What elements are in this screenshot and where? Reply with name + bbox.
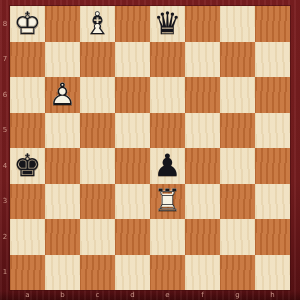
square-h5[interactable]	[255, 113, 290, 149]
white-rook-icon[interactable]: ♜♖	[150, 184, 185, 220]
white-king-icon[interactable]: ♚♔	[10, 6, 45, 42]
square-a5[interactable]	[10, 113, 45, 149]
square-h3[interactable]	[255, 184, 290, 220]
square-h1[interactable]	[255, 255, 290, 291]
file-label-g: g	[220, 290, 255, 300]
square-g8[interactable]	[220, 6, 255, 42]
square-c6[interactable]	[80, 77, 115, 113]
file-label-d: d	[115, 290, 150, 300]
file-label-f: f	[185, 290, 220, 300]
file-label-a: a	[10, 290, 45, 300]
square-c7[interactable]	[80, 42, 115, 78]
square-b4[interactable]	[45, 148, 80, 184]
square-h7[interactable]	[255, 42, 290, 78]
rank-label-5: 5	[0, 113, 10, 149]
square-e3[interactable]: ♜♖	[150, 184, 185, 220]
black-queen-icon[interactable]: ♛	[150, 6, 185, 42]
square-b6[interactable]: ♟♙	[45, 77, 80, 113]
rank-label-6: 6	[0, 77, 10, 113]
square-h4[interactable]	[255, 148, 290, 184]
square-b7[interactable]	[45, 42, 80, 78]
white-pawn-icon[interactable]: ♟♙	[45, 77, 80, 113]
rank-label-2: 2	[0, 219, 10, 255]
square-c5[interactable]	[80, 113, 115, 149]
square-e4[interactable]: ♟	[150, 148, 185, 184]
square-d8[interactable]	[115, 6, 150, 42]
rank-labels: 87654321	[0, 6, 10, 290]
square-g2[interactable]	[220, 219, 255, 255]
white-bishop-icon[interactable]: ♝♗	[80, 6, 115, 42]
square-d5[interactable]	[115, 113, 150, 149]
square-a3[interactable]	[10, 184, 45, 220]
square-g7[interactable]	[220, 42, 255, 78]
square-e8[interactable]: ♛	[150, 6, 185, 42]
square-f8[interactable]	[185, 6, 220, 42]
square-d7[interactable]	[115, 42, 150, 78]
file-label-h: h	[255, 290, 290, 300]
square-d6[interactable]	[115, 77, 150, 113]
square-b2[interactable]	[45, 219, 80, 255]
black-pawn-icon[interactable]: ♟	[150, 148, 185, 184]
square-e6[interactable]	[150, 77, 185, 113]
square-g4[interactable]	[220, 148, 255, 184]
square-e1[interactable]	[150, 255, 185, 291]
rank-label-3: 3	[0, 184, 10, 220]
square-c4[interactable]	[80, 148, 115, 184]
black-king-icon[interactable]: ♚	[10, 148, 45, 184]
square-c2[interactable]	[80, 219, 115, 255]
square-f4[interactable]	[185, 148, 220, 184]
square-a4[interactable]: ♚	[10, 148, 45, 184]
square-g3[interactable]	[220, 184, 255, 220]
square-a6[interactable]	[10, 77, 45, 113]
square-b8[interactable]	[45, 6, 80, 42]
square-d2[interactable]	[115, 219, 150, 255]
square-a1[interactable]	[10, 255, 45, 291]
file-label-b: b	[45, 290, 80, 300]
square-b3[interactable]	[45, 184, 80, 220]
square-h2[interactable]	[255, 219, 290, 255]
square-h8[interactable]	[255, 6, 290, 42]
rank-label-7: 7	[0, 42, 10, 78]
rank-label-8: 8	[0, 6, 10, 42]
chess-diagram: 87654321 ♚♔♝♗♛♟♙♚♟♜♖ abcdefgh	[0, 0, 300, 300]
square-c1[interactable]	[80, 255, 115, 291]
rank-label-4: 4	[0, 148, 10, 184]
rank-label-1: 1	[0, 255, 10, 291]
square-d3[interactable]	[115, 184, 150, 220]
square-h6[interactable]	[255, 77, 290, 113]
square-a2[interactable]	[10, 219, 45, 255]
square-d4[interactable]	[115, 148, 150, 184]
square-g1[interactable]	[220, 255, 255, 291]
square-e5[interactable]	[150, 113, 185, 149]
square-e2[interactable]	[150, 219, 185, 255]
square-f3[interactable]	[185, 184, 220, 220]
square-g6[interactable]	[220, 77, 255, 113]
square-f2[interactable]	[185, 219, 220, 255]
square-f1[interactable]	[185, 255, 220, 291]
square-c3[interactable]	[80, 184, 115, 220]
square-e7[interactable]	[150, 42, 185, 78]
square-f6[interactable]	[185, 77, 220, 113]
square-f5[interactable]	[185, 113, 220, 149]
square-d1[interactable]	[115, 255, 150, 291]
file-label-c: c	[80, 290, 115, 300]
file-labels: abcdefgh	[10, 290, 290, 300]
chess-board: ♚♔♝♗♛♟♙♚♟♜♖	[10, 6, 290, 290]
square-g5[interactable]	[220, 113, 255, 149]
square-f7[interactable]	[185, 42, 220, 78]
square-b5[interactable]	[45, 113, 80, 149]
square-a8[interactable]: ♚♔	[10, 6, 45, 42]
square-a7[interactable]	[10, 42, 45, 78]
square-c8[interactable]: ♝♗	[80, 6, 115, 42]
square-b1[interactable]	[45, 255, 80, 291]
file-label-e: e	[150, 290, 185, 300]
